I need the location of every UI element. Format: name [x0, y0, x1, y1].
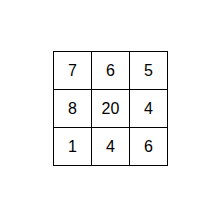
grid-cell-r1c2: 6: [92, 52, 130, 90]
grid-cell-r2c2: 20: [92, 90, 130, 128]
grid-cell-r2c3: 4: [130, 90, 168, 128]
puzzle-board: 7 6 5 8 20 4 1 4 6: [53, 51, 168, 166]
grid-cell-r3c2: 4: [92, 128, 130, 166]
grid-cell-r3c1: 1: [54, 128, 92, 166]
grid-cell-r1c3: 5: [130, 52, 168, 90]
grid-cell-r1c1: 7: [54, 52, 92, 90]
grid-cell-r2c1: 8: [54, 90, 92, 128]
grid-cell-r3c3: 6: [130, 128, 168, 166]
